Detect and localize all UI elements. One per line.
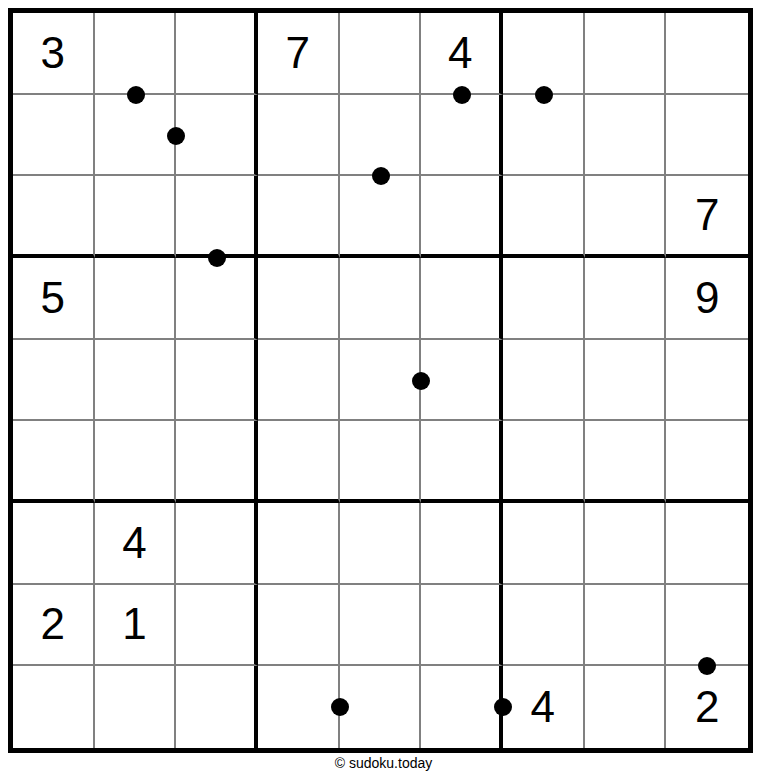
cell-r6c5[interactable] — [340, 421, 422, 503]
cell-r2c3[interactable] — [176, 95, 258, 177]
cell-r3c8[interactable] — [585, 176, 667, 258]
black-dot — [167, 127, 185, 145]
cell-r1c6[interactable]: 4 — [421, 13, 503, 95]
cell-r6c8[interactable] — [585, 421, 667, 503]
cell-r8c7[interactable] — [503, 585, 585, 667]
given-digit: 9 — [695, 276, 719, 320]
cell-r9c7[interactable]: 4 — [503, 666, 585, 748]
given-digit: 4 — [122, 521, 146, 565]
cell-r7c7[interactable] — [503, 503, 585, 585]
cell-r9c2[interactable] — [95, 666, 177, 748]
black-dot — [372, 167, 390, 185]
cell-r5c7[interactable] — [503, 340, 585, 422]
cell-r6c4[interactable] — [258, 421, 340, 503]
cell-r8c5[interactable] — [340, 585, 422, 667]
cell-r7c6[interactable] — [421, 503, 503, 585]
cell-r9c5[interactable] — [340, 666, 422, 748]
cell-r3c2[interactable] — [95, 176, 177, 258]
cell-r8c6[interactable] — [421, 585, 503, 667]
cell-r2c9[interactable] — [666, 95, 748, 177]
cell-r1c3[interactable] — [176, 13, 258, 95]
cell-r7c2[interactable]: 4 — [95, 503, 177, 585]
cell-r5c1[interactable] — [13, 340, 95, 422]
cell-r3c9[interactable]: 7 — [666, 176, 748, 258]
cell-r1c4[interactable]: 7 — [258, 13, 340, 95]
given-digit: 3 — [41, 31, 65, 75]
cell-r6c9[interactable] — [666, 421, 748, 503]
cell-r5c3[interactable] — [176, 340, 258, 422]
black-dot — [698, 657, 716, 675]
cell-r8c9[interactable] — [666, 585, 748, 667]
cell-r3c6[interactable] — [421, 176, 503, 258]
cell-r7c8[interactable] — [585, 503, 667, 585]
cell-r2c6[interactable] — [421, 95, 503, 177]
cell-r4c6[interactable] — [421, 258, 503, 340]
cell-r3c3[interactable] — [176, 176, 258, 258]
cell-r4c9[interactable]: 9 — [666, 258, 748, 340]
cell-r1c9[interactable] — [666, 13, 748, 95]
cell-r2c4[interactable] — [258, 95, 340, 177]
cell-r2c1[interactable] — [13, 95, 95, 177]
given-digit: 2 — [695, 685, 719, 729]
cell-r7c1[interactable] — [13, 503, 95, 585]
copyright-text: © sudoku.today — [0, 755, 767, 771]
black-dot — [453, 86, 471, 104]
given-digit: 7 — [695, 193, 719, 237]
cell-r6c6[interactable] — [421, 421, 503, 503]
cell-r6c3[interactable] — [176, 421, 258, 503]
cell-r7c3[interactable] — [176, 503, 258, 585]
black-dot — [331, 698, 349, 716]
cell-r6c2[interactable] — [95, 421, 177, 503]
cell-r3c5[interactable] — [340, 176, 422, 258]
given-digit: 4 — [448, 31, 472, 75]
black-dot — [208, 249, 226, 267]
cell-r7c4[interactable] — [258, 503, 340, 585]
cell-r6c7[interactable] — [503, 421, 585, 503]
cell-r3c4[interactable] — [258, 176, 340, 258]
cell-r1c8[interactable] — [585, 13, 667, 95]
cell-r2c8[interactable] — [585, 95, 667, 177]
cell-r4c8[interactable] — [585, 258, 667, 340]
cell-r8c3[interactable] — [176, 585, 258, 667]
cell-r8c8[interactable] — [585, 585, 667, 667]
cell-r4c3[interactable] — [176, 258, 258, 340]
cell-r2c7[interactable] — [503, 95, 585, 177]
cell-r5c8[interactable] — [585, 340, 667, 422]
cell-r9c6[interactable] — [421, 666, 503, 748]
cell-r1c2[interactable] — [95, 13, 177, 95]
cell-r4c1[interactable]: 5 — [13, 258, 95, 340]
cell-r4c7[interactable] — [503, 258, 585, 340]
cell-r3c7[interactable] — [503, 176, 585, 258]
cell-r8c2[interactable]: 1 — [95, 585, 177, 667]
given-digit: 1 — [122, 602, 146, 646]
cell-r5c2[interactable] — [95, 340, 177, 422]
cell-r7c9[interactable] — [666, 503, 748, 585]
cell-r6c1[interactable] — [13, 421, 95, 503]
cell-r9c3[interactable] — [176, 666, 258, 748]
cell-r9c8[interactable] — [585, 666, 667, 748]
black-dot — [127, 86, 145, 104]
cell-r5c9[interactable] — [666, 340, 748, 422]
given-digit: 5 — [41, 276, 65, 320]
cell-r3c1[interactable] — [13, 176, 95, 258]
cell-r1c5[interactable] — [340, 13, 422, 95]
black-dot — [535, 86, 553, 104]
cell-r9c1[interactable] — [13, 666, 95, 748]
sudoku-board: 37475942142 — [8, 8, 753, 753]
cell-r9c9[interactable]: 2 — [666, 666, 748, 748]
cell-r5c6[interactable] — [421, 340, 503, 422]
cell-r8c1[interactable]: 2 — [13, 585, 95, 667]
cell-r4c5[interactable] — [340, 258, 422, 340]
cell-r4c2[interactable] — [95, 258, 177, 340]
sudoku-page: 37475942142 © sudoku.today — [0, 0, 767, 777]
cell-r1c1[interactable]: 3 — [13, 13, 95, 95]
given-digit: 7 — [286, 31, 310, 75]
black-dot — [494, 698, 512, 716]
given-digit: 2 — [41, 602, 65, 646]
cell-r5c5[interactable] — [340, 340, 422, 422]
cell-r7c5[interactable] — [340, 503, 422, 585]
cell-r9c4[interactable] — [258, 666, 340, 748]
cell-r5c4[interactable] — [258, 340, 340, 422]
given-digit: 4 — [531, 685, 555, 729]
cell-r4c4[interactable] — [258, 258, 340, 340]
black-dot — [412, 372, 430, 390]
cell-r2c5[interactable] — [340, 95, 422, 177]
cell-r8c4[interactable] — [258, 585, 340, 667]
cell-r1c7[interactable] — [503, 13, 585, 95]
cell-r2c2[interactable] — [95, 95, 177, 177]
